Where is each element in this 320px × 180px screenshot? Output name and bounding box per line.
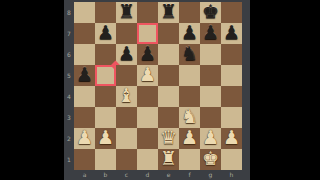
square-h6[interactable] [221,44,242,65]
square-e8[interactable]: ♜ [158,2,179,23]
square-h7[interactable]: ♟ [221,23,242,44]
square-g1[interactable]: ♚ [200,149,221,170]
piece-white-king[interactable]: ♚ [200,147,221,170]
square-f3[interactable]: ♞ [179,107,200,128]
piece-white-queen[interactable]: ♛ [158,126,179,149]
square-g5[interactable] [200,65,221,86]
square-d3[interactable] [137,107,158,128]
square-d4[interactable] [137,86,158,107]
piece-black-pawn[interactable]: ♟ [200,21,221,44]
square-e4[interactable] [158,86,179,107]
rank-label-4: 4 [64,86,74,107]
piece-black-pawn[interactable]: ♟ [221,21,242,44]
file-label-c: c [116,170,137,180]
square-h1[interactable] [221,149,242,170]
square-a2[interactable]: ♟ [74,128,95,149]
square-c8[interactable]: ♜ [116,2,137,23]
square-d5[interactable]: ♟ [137,65,158,86]
square-h4[interactable] [221,86,242,107]
piece-white-pawn[interactable]: ♟ [95,126,116,149]
square-f8[interactable] [179,2,200,23]
file-label-b: b [95,170,116,180]
square-b2[interactable]: ♟ [95,128,116,149]
rank-label-1: 1 [64,149,74,170]
square-c7[interactable] [116,23,137,44]
square-a5[interactable]: ♟ [74,65,95,86]
square-b4[interactable] [95,86,116,107]
rank-label-7: 7 [64,23,74,44]
square-b3[interactable] [95,107,116,128]
square-e1[interactable]: ♜ [158,149,179,170]
piece-white-rook[interactable]: ♜ [158,147,179,170]
piece-black-pawn[interactable]: ♟ [137,42,158,65]
square-f5[interactable] [179,65,200,86]
square-d6[interactable]: ♟ [137,44,158,65]
square-d7[interactable] [137,23,158,44]
piece-black-rook[interactable]: ♜ [116,0,137,23]
square-c2[interactable] [116,128,137,149]
chess-board: ♜♜♚♟♟♟♟♟♟♞♟♟♝♞♟♟♛♟♟♟♜♚ [74,2,242,170]
square-c6[interactable]: ♟ [116,44,137,65]
square-c3[interactable] [116,107,137,128]
square-e6[interactable] [158,44,179,65]
square-g4[interactable] [200,86,221,107]
square-c4[interactable]: ♝ [116,86,137,107]
piece-black-pawn[interactable]: ♟ [179,21,200,44]
square-h5[interactable] [221,65,242,86]
file-label-g: g [200,170,221,180]
square-e2[interactable]: ♛ [158,128,179,149]
square-f7[interactable]: ♟ [179,23,200,44]
piece-white-pawn[interactable]: ♟ [137,63,158,86]
square-h8[interactable] [221,2,242,23]
square-g2[interactable]: ♟ [200,128,221,149]
piece-black-pawn[interactable]: ♟ [95,21,116,44]
square-g7[interactable]: ♟ [200,23,221,44]
piece-white-pawn[interactable]: ♟ [179,126,200,149]
square-d2[interactable] [137,128,158,149]
piece-white-bishop[interactable]: ♝ [116,84,137,107]
piece-black-king[interactable]: ♚ [200,0,221,23]
square-g6[interactable] [200,44,221,65]
piece-white-pawn[interactable]: ♟ [221,126,242,149]
piece-black-rook[interactable]: ♜ [158,0,179,23]
file-label-e: e [158,170,179,180]
square-b8[interactable] [95,2,116,23]
piece-black-pawn[interactable]: ♟ [116,42,137,65]
piece-black-knight[interactable]: ♞ [179,42,200,65]
rank-label-6: 6 [64,44,74,65]
square-e3[interactable] [158,107,179,128]
square-a8[interactable] [74,2,95,23]
square-g8[interactable]: ♚ [200,2,221,23]
square-e5[interactable] [158,65,179,86]
file-label-d: d [137,170,158,180]
square-f6[interactable]: ♞ [179,44,200,65]
square-c5[interactable] [116,65,137,86]
square-b6[interactable] [95,44,116,65]
square-g3[interactable] [200,107,221,128]
square-f4[interactable] [179,86,200,107]
square-a4[interactable] [74,86,95,107]
square-b7[interactable]: ♟ [95,23,116,44]
square-c1[interactable] [116,149,137,170]
square-a7[interactable] [74,23,95,44]
rank-label-8: 8 [64,2,74,23]
square-a6[interactable] [74,44,95,65]
file-label-h: h [221,170,242,180]
file-label-a: a [74,170,95,180]
chess-board-frame: ♜♜♚♟♟♟♟♟♟♞♟♟♝♞♟♟♛♟♟♟♜♚ 87654321 abcdefgh [64,0,250,180]
square-a3[interactable] [74,107,95,128]
rank-label-5: 5 [64,65,74,86]
file-label-f: f [179,170,200,180]
rank-label-2: 2 [64,128,74,149]
piece-white-pawn[interactable]: ♟ [200,126,221,149]
rank-label-3: 3 [64,107,74,128]
square-f1[interactable] [179,149,200,170]
square-f2[interactable]: ♟ [179,128,200,149]
square-d1[interactable] [137,149,158,170]
piece-white-knight[interactable]: ♞ [179,105,200,128]
square-e7[interactable] [158,23,179,44]
piece-white-pawn[interactable]: ♟ [74,126,95,149]
square-d8[interactable] [137,2,158,23]
square-b1[interactable] [95,149,116,170]
piece-black-pawn[interactable]: ♟ [74,63,95,86]
screen: ♜♜♚♟♟♟♟♟♟♞♟♟♝♞♟♟♛♟♟♟♜♚ 87654321 abcdefgh [0,0,320,180]
square-h2[interactable]: ♟ [221,128,242,149]
square-h3[interactable] [221,107,242,128]
square-a1[interactable] [74,149,95,170]
square-b5[interactable] [95,65,116,86]
